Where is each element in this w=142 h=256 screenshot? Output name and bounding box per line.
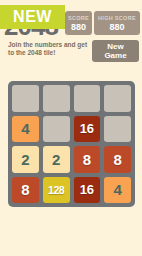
tile-4: 4 — [12, 116, 39, 143]
board[interactable]: 41622888128164 — [8, 81, 135, 207]
score-label: SCORE — [68, 15, 89, 22]
tile-2: 2 — [12, 146, 39, 173]
empty-cell — [104, 116, 131, 143]
app-screen: 2048 NEW SCORE 880 HIGH SCORE 880 Join t… — [0, 0, 142, 256]
empty-cell — [74, 85, 101, 112]
tile-4: 4 — [104, 177, 131, 204]
empty-cell — [12, 85, 39, 112]
high-score-value: 880 — [109, 22, 124, 32]
tile-8: 8 — [12, 177, 39, 204]
tile-16: 16 — [74, 177, 101, 204]
empty-cell — [104, 85, 131, 112]
new-game-button-label: New Game — [98, 42, 133, 60]
high-score-label: HIGH SCORE — [98, 15, 136, 22]
tile-128: 128 — [43, 177, 70, 204]
new-badge-label: NEW — [13, 8, 52, 26]
score-value: 880 — [71, 22, 86, 32]
new-game-button[interactable]: New Game — [92, 40, 139, 62]
instructions-text: Join the numbers and get to the 2048 til… — [8, 41, 92, 57]
new-badge: NEW — [0, 5, 65, 29]
empty-cell — [43, 85, 70, 112]
tile-8: 8 — [74, 146, 101, 173]
high-score-box: HIGH SCORE 880 — [94, 11, 140, 35]
tile-8: 8 — [104, 146, 131, 173]
empty-cell — [43, 116, 70, 143]
tile-16: 16 — [74, 116, 101, 143]
tile-2: 2 — [43, 146, 70, 173]
score-box: SCORE 880 — [65, 11, 92, 35]
